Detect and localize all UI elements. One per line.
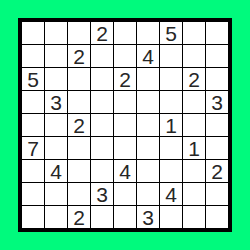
grid-cell-r3c1[interactable]: 5 — [22, 68, 44, 90]
grid-cell-r7c8[interactable] — [183, 160, 205, 182]
grid-cell-r7c3[interactable] — [68, 160, 90, 182]
grid-cell-r8c2[interactable] — [45, 183, 67, 205]
grid-cell-r9c8[interactable] — [183, 206, 205, 228]
grid-cell-r2c7[interactable] — [160, 45, 182, 67]
grid-cell-r6c3[interactable] — [68, 137, 90, 159]
grid-cell-r3c6[interactable] — [137, 68, 159, 90]
grid-cell-r8c7[interactable]: 4 — [160, 183, 182, 205]
grid-cell-r3c7[interactable] — [160, 68, 182, 90]
grid-cell-r9c3[interactable]: 2 — [68, 206, 90, 228]
grid-cell-r4c9[interactable]: 3 — [206, 91, 228, 113]
grid-cell-r7c2[interactable]: 4 — [45, 160, 67, 182]
grid-cell-r2c2[interactable] — [45, 45, 67, 67]
grid-cell-r5c5[interactable] — [114, 114, 136, 136]
grid-cell-r5c1[interactable] — [22, 114, 44, 136]
grid-cell-r1c2[interactable] — [45, 22, 67, 44]
grid-cell-r1c1[interactable] — [22, 22, 44, 44]
grid-cell-r5c8[interactable] — [183, 114, 205, 136]
grid-cell-r4c3[interactable] — [68, 91, 90, 113]
grid-cell-r2c3[interactable]: 2 — [68, 45, 90, 67]
app-background: 25245223321714423423 — [0, 0, 250, 250]
grid-cell-r7c4[interactable] — [91, 160, 113, 182]
grid-cell-r3c8[interactable]: 2 — [183, 68, 205, 90]
grid-cell-r2c4[interactable] — [91, 45, 113, 67]
grid-cell-r6c6[interactable] — [137, 137, 159, 159]
grid-cell-r5c6[interactable] — [137, 114, 159, 136]
grid-cell-r4c5[interactable] — [114, 91, 136, 113]
grid-cell-r2c9[interactable] — [206, 45, 228, 67]
grid-cell-r6c1[interactable]: 7 — [22, 137, 44, 159]
grid-cell-r8c8[interactable] — [183, 183, 205, 205]
grid-cell-r7c9[interactable]: 2 — [206, 160, 228, 182]
grid-cell-r4c6[interactable] — [137, 91, 159, 113]
grid-cell-r9c1[interactable] — [22, 206, 44, 228]
grid-cell-r9c7[interactable] — [160, 206, 182, 228]
grid-cell-r6c4[interactable] — [91, 137, 113, 159]
grid-cell-r4c1[interactable] — [22, 91, 44, 113]
grid-cell-r9c9[interactable] — [206, 206, 228, 228]
grid-cell-r5c3[interactable]: 2 — [68, 114, 90, 136]
grid-cell-r2c5[interactable] — [114, 45, 136, 67]
grid-cell-r1c3[interactable] — [68, 22, 90, 44]
grid-cell-r4c4[interactable] — [91, 91, 113, 113]
grid-cell-r9c2[interactable] — [45, 206, 67, 228]
grid-cell-r7c6[interactable] — [137, 160, 159, 182]
grid-cell-r1c6[interactable] — [137, 22, 159, 44]
grid-cell-r6c9[interactable] — [206, 137, 228, 159]
grid-cell-r5c4[interactable] — [91, 114, 113, 136]
grid-cell-r5c7[interactable]: 1 — [160, 114, 182, 136]
grid-cell-r2c8[interactable] — [183, 45, 205, 67]
grid-cell-r3c3[interactable] — [68, 68, 90, 90]
grid-cell-r1c8[interactable] — [183, 22, 205, 44]
grid-cell-r8c4[interactable]: 3 — [91, 183, 113, 205]
grid-cell-r3c4[interactable] — [91, 68, 113, 90]
grid-cell-r3c5[interactable]: 2 — [114, 68, 136, 90]
grid-cell-r3c9[interactable] — [206, 68, 228, 90]
grid-cell-r2c1[interactable] — [22, 45, 44, 67]
grid-cell-r6c2[interactable] — [45, 137, 67, 159]
grid-cell-r3c2[interactable] — [45, 68, 67, 90]
grid-cell-r9c4[interactable] — [91, 206, 113, 228]
grid-cell-r7c5[interactable]: 4 — [114, 160, 136, 182]
grid-cell-r1c4[interactable]: 2 — [91, 22, 113, 44]
grid-cell-r6c5[interactable] — [114, 137, 136, 159]
grid-cell-r1c9[interactable] — [206, 22, 228, 44]
grid-cell-r9c6[interactable]: 3 — [137, 206, 159, 228]
grid-cell-r2c6[interactable]: 4 — [137, 45, 159, 67]
grid-cell-r9c5[interactable] — [114, 206, 136, 228]
grid-cell-r4c2[interactable]: 3 — [45, 91, 67, 113]
grid-cell-r5c2[interactable] — [45, 114, 67, 136]
grid-cell-r8c1[interactable] — [22, 183, 44, 205]
grid-cell-r1c7[interactable]: 5 — [160, 22, 182, 44]
grid-cell-r5c9[interactable] — [206, 114, 228, 136]
puzzle-grid[interactable]: 25245223321714423423 — [18, 18, 232, 232]
grid-cell-r8c5[interactable] — [114, 183, 136, 205]
grid-cell-r6c7[interactable] — [160, 137, 182, 159]
grid-cell-r4c8[interactable] — [183, 91, 205, 113]
grid-cell-r4c7[interactable] — [160, 91, 182, 113]
grid-cell-r6c8[interactable]: 1 — [183, 137, 205, 159]
grid-cell-r1c5[interactable] — [114, 22, 136, 44]
grid-cell-r8c9[interactable] — [206, 183, 228, 205]
grid-cell-r7c1[interactable] — [22, 160, 44, 182]
grid-cell-r8c3[interactable] — [68, 183, 90, 205]
grid-cell-r8c6[interactable] — [137, 183, 159, 205]
grid-cell-r7c7[interactable] — [160, 160, 182, 182]
